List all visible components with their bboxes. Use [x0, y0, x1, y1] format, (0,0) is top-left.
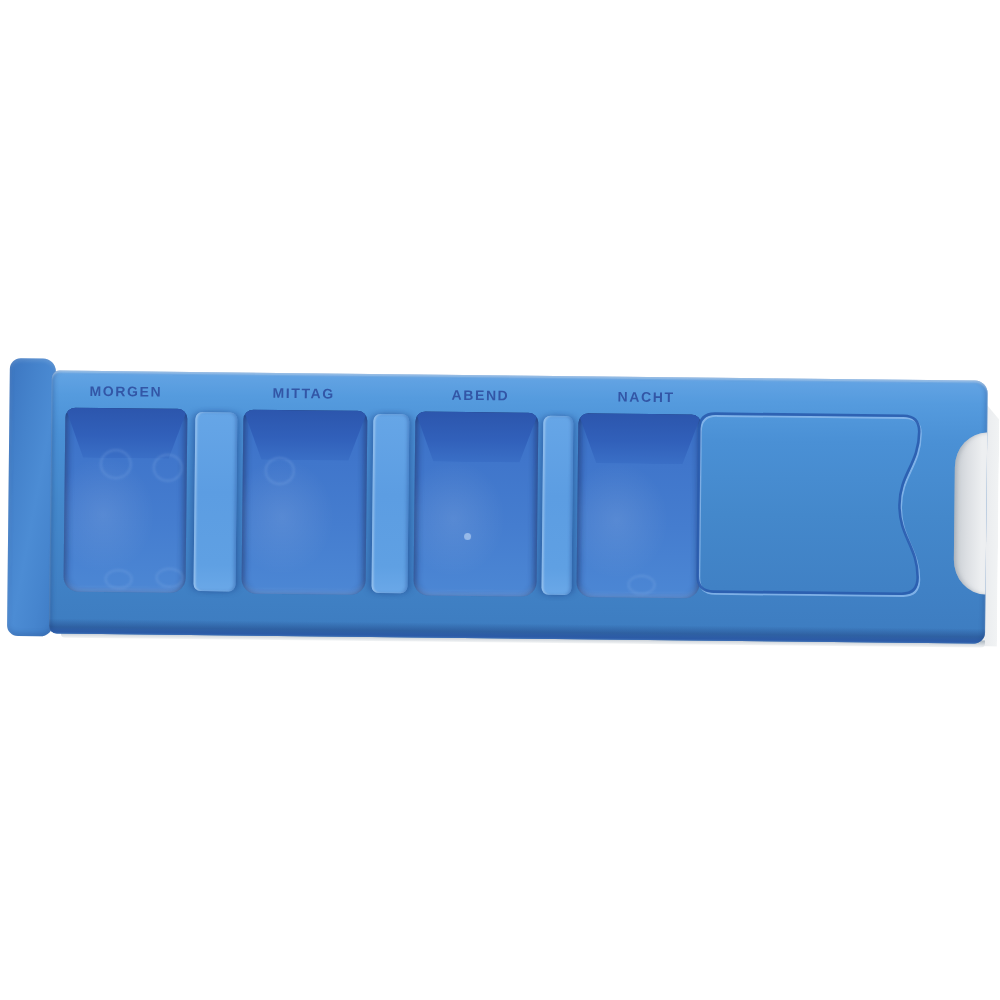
- mould-dimple: [153, 454, 183, 482]
- compartment-label-nacht: NACHT: [618, 389, 675, 406]
- pill-well-nacht: [576, 413, 701, 598]
- compartment-label-morgen: MORGEN: [90, 383, 163, 400]
- pill-well-morgen: [63, 408, 187, 593]
- tray-body: MORGEN MITTAG ABEND NACHT: [49, 370, 988, 643]
- well-sheen: [63, 408, 187, 593]
- mould-dimple: [627, 575, 655, 595]
- divider-bar: [371, 414, 409, 593]
- divider-bar: [541, 416, 573, 595]
- panel-emboss-groove: [689, 407, 941, 610]
- thumb-notch-cutout: [953, 432, 987, 594]
- divider-bar: [193, 412, 237, 591]
- mould-dimple: [100, 449, 132, 479]
- well-sheen: [413, 411, 538, 596]
- mould-dimple: [104, 569, 132, 589]
- well-sheen: [241, 410, 367, 595]
- compartment-label-abend: ABEND: [452, 387, 510, 404]
- mould-dimple: [265, 457, 295, 485]
- photo-background: MORGEN MITTAG ABEND NACHT: [0, 0, 1000, 1000]
- well-sheen: [576, 413, 701, 598]
- mould-dimple: [156, 568, 184, 588]
- pill-well-mittag: [241, 410, 367, 595]
- pill-dispenser-tray: MORGEN MITTAG ABEND NACHT: [5, 356, 998, 657]
- compartment-label-mittag: MITTAG: [273, 385, 335, 402]
- pill-well-abend: [413, 411, 538, 596]
- mould-dot: [464, 533, 471, 540]
